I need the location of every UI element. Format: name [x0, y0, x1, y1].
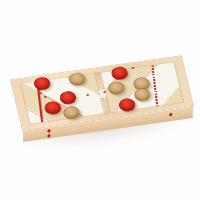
frame-red-dot — [47, 134, 51, 138]
product-photo-scene — [0, 0, 200, 200]
frame-red-dot — [169, 113, 173, 117]
frame-red-dot — [47, 129, 51, 133]
right-elastic-band[interactable] — [151, 65, 158, 106]
